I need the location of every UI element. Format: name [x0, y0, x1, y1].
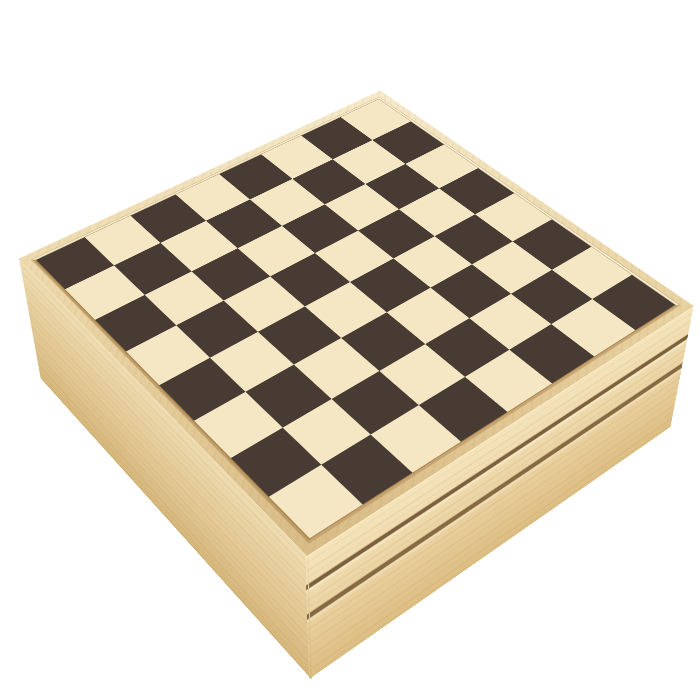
perspective-wrapper: [0, 0, 700, 700]
square-h8: [593, 275, 675, 330]
square-g1: [231, 427, 322, 496]
square-f4: [341, 312, 425, 370]
square-h4: [419, 377, 507, 442]
square-d2: [176, 301, 258, 358]
product-photo-scene: [0, 0, 700, 700]
square-h6: [509, 324, 594, 383]
square-h7: [552, 299, 636, 356]
square-h3: [371, 405, 461, 472]
square-g2: [282, 398, 371, 465]
square-c1: [95, 295, 176, 352]
square-d1: [126, 326, 210, 386]
square-f5: [387, 288, 469, 344]
square-g6: [469, 293, 552, 350]
square-d3: [224, 276, 305, 331]
square-e2: [210, 332, 294, 392]
box-lid-top: [19, 90, 694, 556]
square-f1: [194, 392, 282, 458]
square-g3: [332, 371, 419, 435]
square-f2: [245, 364, 332, 427]
square-g5: [425, 318, 509, 377]
square-h5: [465, 350, 552, 412]
square-e1: [159, 358, 245, 421]
square-e3: [258, 306, 341, 364]
square-f3: [294, 338, 379, 399]
wooden-game-box: [19, 90, 694, 556]
square-e4: [305, 282, 387, 338]
square-g4: [379, 344, 465, 405]
